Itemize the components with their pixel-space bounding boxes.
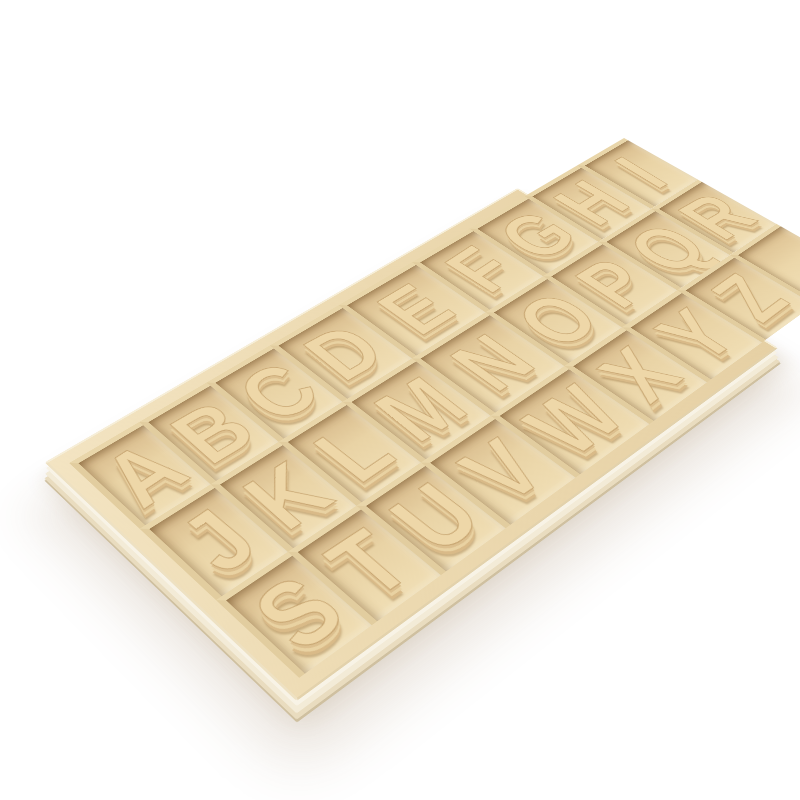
- compartment-grid: ABCDEFGHIJKLMNOPQRSTUVWXYZ: [69, 200, 755, 678]
- product-photo: ABCDEFGHIJKLMNOPQRSTUVWXYZ: [0, 0, 800, 800]
- letter-tray: ABCDEFGHIJKLMNOPQRSTUVWXYZ: [45, 188, 779, 701]
